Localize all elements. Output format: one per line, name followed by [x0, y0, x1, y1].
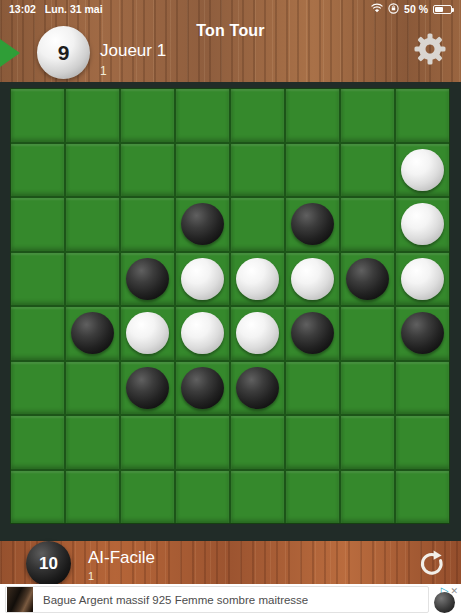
white-disc: ○ [401, 149, 443, 191]
cell-e1[interactable] [231, 89, 284, 142]
orientation-lock-icon [388, 3, 399, 16]
cell-f4[interactable]: ○ [286, 253, 339, 306]
restart-button[interactable] [416, 547, 448, 579]
player2-score: 10 [39, 554, 58, 574]
cell-d5[interactable]: ○ [176, 307, 229, 360]
player1-info: Joueur 1 1 [100, 41, 166, 78]
app-screen: 13:02 Lun. 31 mai [0, 0, 461, 615]
date: Lun. 31 mai [45, 3, 103, 15]
cell-h5[interactable]: ● [396, 307, 449, 360]
cell-f6[interactable] [286, 362, 339, 415]
cell-a4[interactable] [11, 253, 64, 306]
cell-g4[interactable]: ● [341, 253, 394, 306]
cell-g6[interactable] [341, 362, 394, 415]
cell-a1[interactable] [11, 89, 64, 142]
cell-h7[interactable] [396, 416, 449, 469]
cell-e5[interactable]: ○ [231, 307, 284, 360]
cell-c4[interactable]: ● [121, 253, 174, 306]
cell-e6[interactable]: ● [231, 362, 284, 415]
ad-logo [434, 592, 455, 613]
cell-f1[interactable] [286, 89, 339, 142]
cell-c3[interactable] [121, 198, 174, 251]
cell-c2[interactable] [121, 144, 174, 197]
black-disc: ● [181, 203, 223, 245]
cell-b1[interactable] [66, 89, 119, 142]
player2-level: 1 [88, 570, 155, 582]
player2-name: AI-Facile [88, 548, 155, 568]
cell-a5[interactable] [11, 307, 64, 360]
ad-banner[interactable]: Bague Argent massif 925 Femme sombre mai… [0, 584, 461, 615]
cell-c8[interactable] [121, 471, 174, 524]
cell-f2[interactable] [286, 144, 339, 197]
cell-d2[interactable] [176, 144, 229, 197]
cell-h6[interactable] [396, 362, 449, 415]
battery-icon [433, 5, 452, 14]
cell-d6[interactable]: ● [176, 362, 229, 415]
cell-c7[interactable] [121, 416, 174, 469]
cell-d4[interactable]: ○ [176, 253, 229, 306]
cell-h8[interactable] [396, 471, 449, 524]
clock: 13:02 [9, 3, 36, 15]
black-disc: ● [401, 312, 443, 354]
black-disc: ● [71, 312, 113, 354]
cell-h3[interactable]: ○ [396, 198, 449, 251]
cell-b3[interactable] [66, 198, 119, 251]
cell-d8[interactable] [176, 471, 229, 524]
cell-c5[interactable]: ○ [121, 307, 174, 360]
cell-g8[interactable] [341, 471, 394, 524]
white-disc: ○ [236, 258, 278, 300]
white-disc: ○ [401, 258, 443, 300]
player2-info: AI-Facile 1 [88, 548, 155, 582]
white-disc: ○ [181, 312, 223, 354]
cell-g2[interactable] [341, 144, 394, 197]
ad-thumbnail-image [7, 587, 33, 612]
white-disc: ○ [126, 312, 168, 354]
cell-h2[interactable]: ○ [396, 144, 449, 197]
cell-g5[interactable] [341, 307, 394, 360]
status-bar: 13:02 Lun. 31 mai [0, 0, 461, 18]
black-disc: ● [291, 203, 333, 245]
cell-e3[interactable] [231, 198, 284, 251]
white-disc: ○ [236, 312, 278, 354]
gear-icon [413, 52, 447, 69]
cell-a6[interactable] [11, 362, 64, 415]
cell-h1[interactable] [396, 89, 449, 142]
cell-c1[interactable] [121, 89, 174, 142]
cell-f5[interactable]: ● [286, 307, 339, 360]
cell-c6[interactable]: ● [121, 362, 174, 415]
cell-d1[interactable] [176, 89, 229, 142]
black-disc: ● [291, 312, 333, 354]
ad-card[interactable]: Bague Argent massif 925 Femme sombre mai… [5, 586, 429, 613]
white-disc: ○ [401, 203, 443, 245]
player2-score-ball: 10 [26, 541, 71, 586]
cell-g3[interactable] [341, 198, 394, 251]
cell-d3[interactable]: ● [176, 198, 229, 251]
cell-a8[interactable] [11, 471, 64, 524]
cell-d7[interactable] [176, 416, 229, 469]
cell-f8[interactable] [286, 471, 339, 524]
cell-h4[interactable]: ○ [396, 253, 449, 306]
cell-e8[interactable] [231, 471, 284, 524]
player1-level: 1 [100, 64, 166, 78]
black-disc: ● [126, 367, 168, 409]
cell-e7[interactable] [231, 416, 284, 469]
cell-e4[interactable]: ○ [231, 253, 284, 306]
player1-score-ball: 9 [37, 26, 90, 79]
black-disc: ● [126, 258, 168, 300]
player1-score: 9 [58, 41, 70, 65]
white-disc: ○ [291, 258, 333, 300]
cell-b4[interactable] [66, 253, 119, 306]
cell-b8[interactable] [66, 471, 119, 524]
settings-button[interactable] [413, 32, 447, 66]
wifi-icon [371, 3, 383, 15]
cell-b7[interactable] [66, 416, 119, 469]
cell-b5[interactable]: ● [66, 307, 119, 360]
cell-b2[interactable] [66, 144, 119, 197]
black-disc: ● [346, 258, 388, 300]
player1-name: Joueur 1 [100, 41, 166, 61]
turn-indicator-arrow [0, 39, 20, 67]
opponent-bar: 10 AI-Facile 1 [0, 541, 461, 584]
cell-a2[interactable] [11, 144, 64, 197]
ad-text[interactable]: Bague Argent massif 925 Femme sombre mai… [43, 594, 308, 606]
header: 13:02 Lun. 31 mai [0, 0, 461, 82]
black-disc: ● [236, 367, 278, 409]
cell-a7[interactable] [11, 416, 64, 469]
cell-b6[interactable] [66, 362, 119, 415]
black-disc: ● [181, 367, 223, 409]
cell-g1[interactable] [341, 89, 394, 142]
cell-e2[interactable] [231, 144, 284, 197]
board-frame: ○●●○●○○○●○●○○○●●●●● [0, 82, 461, 541]
cell-g7[interactable] [341, 416, 394, 469]
cell-a3[interactable] [11, 198, 64, 251]
cell-f3[interactable]: ● [286, 198, 339, 251]
cell-f7[interactable] [286, 416, 339, 469]
battery-percent: 50 % [404, 3, 428, 15]
board: ○●●○●○○○●○●○○○●●●●● [10, 88, 450, 524]
white-disc: ○ [181, 258, 223, 300]
